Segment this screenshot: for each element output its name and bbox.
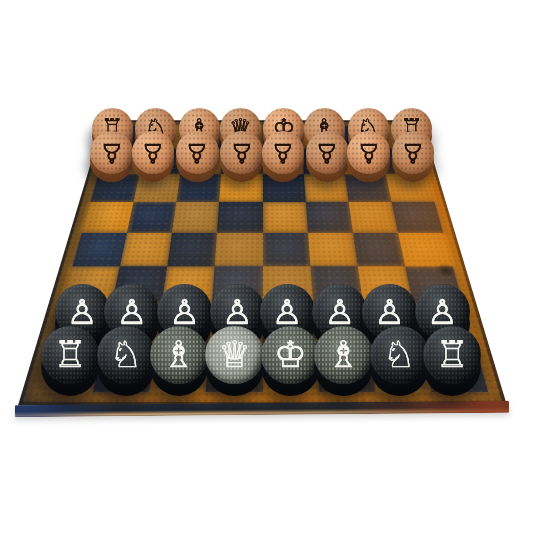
piece-disc-face: ♕	[205, 326, 264, 385]
pawn-icon: ♙	[230, 139, 254, 166]
black-pawn-g7: ♙	[347, 131, 390, 183]
piece-disc-face: ♙	[306, 131, 349, 174]
white-knight-b1: ♘	[97, 326, 156, 397]
pawn-icon: ♙	[315, 139, 339, 166]
pawn-icon: ♙	[272, 295, 303, 329]
pawn-icon: ♙	[222, 295, 253, 329]
piece-disc-face: ♔	[261, 326, 320, 385]
piece-disc-face: ♙	[392, 131, 435, 174]
white-rook-h1: ♖	[423, 326, 482, 397]
piece-disc-face: ♗	[314, 326, 373, 385]
bishop-icon: ♗	[327, 337, 360, 373]
pawn-icon: ♙	[401, 139, 425, 166]
black-pawn-b7: ♙	[132, 131, 175, 183]
piece-disc-face: ♙	[262, 131, 305, 174]
black-pawn-c7: ♙	[176, 131, 219, 183]
white-king-e1: ♔	[261, 326, 320, 397]
black-pawn-h7: ♙	[392, 131, 435, 183]
pawn-icon: ♙	[100, 139, 124, 166]
pawn-icon: ♙	[427, 295, 458, 329]
piece-disc-face: ♗	[150, 326, 209, 385]
bishop-icon: ♗	[163, 337, 196, 373]
piece-disc-face: ♙	[90, 131, 133, 174]
white-bishop-c1: ♗	[150, 326, 209, 397]
pawn-icon: ♙	[271, 139, 295, 166]
black-pawn-f7: ♙	[306, 131, 349, 183]
king-icon: ♔	[274, 337, 307, 373]
white-bishop-f1: ♗	[314, 326, 373, 397]
rook-icon: ♖	[436, 337, 469, 373]
pawn-icon: ♙	[117, 295, 148, 329]
pawn-icon: ♙	[357, 139, 381, 166]
knight-icon: ♘	[110, 337, 143, 373]
black-pawn-e7: ♙	[262, 131, 305, 183]
pawn-icon: ♙	[169, 295, 200, 329]
pawn-icon: ♙	[185, 139, 209, 166]
pawn-icon: ♙	[374, 295, 405, 329]
piece-disc-face: ♙	[220, 131, 263, 174]
piece-disc-face: ♙	[132, 131, 175, 174]
queen-icon: ♕	[218, 337, 251, 373]
black-pawn-d7: ♙	[220, 131, 263, 183]
white-queen-d1: ♕	[205, 326, 264, 397]
pieces-layer: ♖♘♗♕♔♗♘♖♙♙♙♙♙♙♙♙♙♙♙♙♙♙♙♙♖♘♗♕♔♗♘♖	[0, 0, 533, 533]
piece-disc-face: ♙	[176, 131, 219, 174]
piece-disc-face: ♙	[347, 131, 390, 174]
pawn-icon: ♙	[141, 139, 165, 166]
knight-icon: ♘	[383, 337, 416, 373]
rook-icon: ♖	[54, 337, 87, 373]
white-rook-a1: ♖	[41, 326, 100, 397]
pawn-icon: ♙	[67, 295, 98, 329]
piece-disc-face: ♘	[370, 326, 429, 385]
white-knight-g1: ♘	[370, 326, 429, 397]
pawn-icon: ♙	[325, 295, 356, 329]
black-pawn-a7: ♙	[90, 131, 133, 183]
photo-stage: ♖♘♗♕♔♗♘♖♙♙♙♙♙♙♙♙♙♙♙♙♙♙♙♙♖♘♗♕♔♗♘♖	[0, 0, 533, 533]
